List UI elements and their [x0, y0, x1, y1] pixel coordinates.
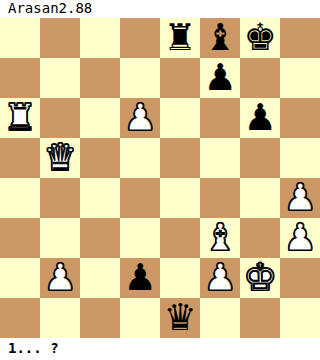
square-f4[interactable] [200, 178, 240, 218]
square-g8[interactable]: ♚ [240, 18, 280, 58]
piece-white-pawn[interactable]: ♟ [203, 258, 236, 298]
square-e3[interactable] [160, 218, 200, 258]
square-c5[interactable] [80, 138, 120, 178]
square-h6[interactable] [280, 98, 320, 138]
square-a6[interactable]: ♜ [0, 98, 40, 138]
square-d2[interactable]: ♟ [120, 258, 160, 298]
square-g2[interactable]: ♚ [240, 258, 280, 298]
square-a2[interactable] [0, 258, 40, 298]
square-f2[interactable]: ♟ [200, 258, 240, 298]
piece-white-pawn[interactable]: ♟ [43, 258, 76, 298]
square-g3[interactable] [240, 218, 280, 258]
square-d7[interactable] [120, 58, 160, 98]
piece-white-rook[interactable]: ♜ [3, 98, 36, 138]
piece-black-pawn[interactable]: ♟ [123, 258, 156, 298]
piece-black-pawn[interactable]: ♟ [203, 58, 236, 98]
square-a3[interactable] [0, 218, 40, 258]
square-b5[interactable]: ♛ [40, 138, 80, 178]
piece-black-pawn[interactable]: ♟ [243, 98, 276, 138]
window-title: Arasan2.88 [0, 0, 320, 18]
square-d6[interactable]: ♟ [120, 98, 160, 138]
square-c6[interactable] [80, 98, 120, 138]
square-c2[interactable] [80, 258, 120, 298]
square-b6[interactable] [40, 98, 80, 138]
square-f1[interactable] [200, 298, 240, 338]
square-d3[interactable] [120, 218, 160, 258]
square-g7[interactable] [240, 58, 280, 98]
square-f6[interactable] [200, 98, 240, 138]
piece-black-rook[interactable]: ♜ [163, 18, 196, 58]
square-b4[interactable] [40, 178, 80, 218]
square-f3[interactable]: ♝ [200, 218, 240, 258]
piece-white-king[interactable]: ♚ [243, 258, 276, 298]
chess-board: ♜♝♚♟♜♟♟♛♟♝♟♟♟♟♚♛ [0, 18, 320, 338]
square-d5[interactable] [120, 138, 160, 178]
square-g5[interactable] [240, 138, 280, 178]
piece-white-pawn[interactable]: ♟ [283, 218, 316, 258]
square-a5[interactable] [0, 138, 40, 178]
square-e8[interactable]: ♜ [160, 18, 200, 58]
square-g4[interactable] [240, 178, 280, 218]
square-d8[interactable] [120, 18, 160, 58]
square-c3[interactable] [80, 218, 120, 258]
square-f7[interactable]: ♟ [200, 58, 240, 98]
square-a4[interactable] [0, 178, 40, 218]
square-b1[interactable] [40, 298, 80, 338]
square-e4[interactable] [160, 178, 200, 218]
square-b3[interactable] [40, 218, 80, 258]
square-e2[interactable] [160, 258, 200, 298]
square-g1[interactable] [240, 298, 280, 338]
square-c7[interactable] [80, 58, 120, 98]
square-h1[interactable] [280, 298, 320, 338]
arasan-window: Arasan2.88 ♜♝♚♟♜♟♟♛♟♝♟♟♟♟♚♛ 1... ? [0, 0, 320, 360]
square-h7[interactable] [280, 58, 320, 98]
piece-white-pawn[interactable]: ♟ [283, 178, 316, 218]
square-e1[interactable]: ♛ [160, 298, 200, 338]
square-b2[interactable]: ♟ [40, 258, 80, 298]
square-d4[interactable] [120, 178, 160, 218]
square-a1[interactable] [0, 298, 40, 338]
move-prompt: 1... ? [0, 338, 320, 360]
square-e6[interactable] [160, 98, 200, 138]
piece-black-queen[interactable]: ♛ [163, 298, 196, 338]
piece-white-bishop[interactable]: ♝ [203, 218, 236, 258]
square-f8[interactable]: ♝ [200, 18, 240, 58]
piece-black-king[interactable]: ♚ [243, 18, 276, 58]
square-h3[interactable]: ♟ [280, 218, 320, 258]
square-g6[interactable]: ♟ [240, 98, 280, 138]
square-e5[interactable] [160, 138, 200, 178]
square-h4[interactable]: ♟ [280, 178, 320, 218]
square-a8[interactable] [0, 18, 40, 58]
square-h2[interactable] [280, 258, 320, 298]
piece-white-queen[interactable]: ♛ [43, 138, 76, 178]
square-b7[interactable] [40, 58, 80, 98]
square-c1[interactable] [80, 298, 120, 338]
square-b8[interactable] [40, 18, 80, 58]
square-a7[interactable] [0, 58, 40, 98]
square-c8[interactable] [80, 18, 120, 58]
square-d1[interactable] [120, 298, 160, 338]
square-f5[interactable] [200, 138, 240, 178]
square-e7[interactable] [160, 58, 200, 98]
piece-black-bishop[interactable]: ♝ [203, 18, 236, 58]
square-h5[interactable] [280, 138, 320, 178]
piece-white-pawn[interactable]: ♟ [123, 98, 156, 138]
square-c4[interactable] [80, 178, 120, 218]
square-h8[interactable] [280, 18, 320, 58]
